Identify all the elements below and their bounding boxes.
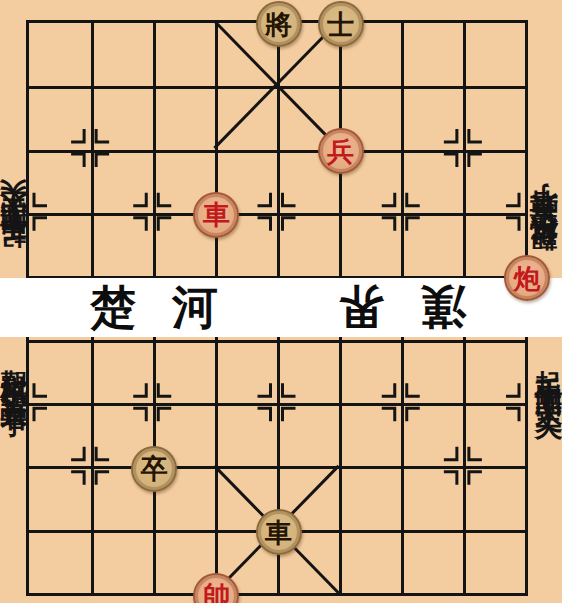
piece-glyph: 士: [327, 11, 354, 38]
piece-black-chariot[interactable]: 車: [256, 509, 302, 555]
piece-black-general[interactable]: 將: [256, 1, 302, 47]
piece-red-general[interactable]: 帥: [193, 573, 239, 603]
xiangqi-board: 起手無回大丈夫 觀棋不語真君子 觀棋不語真君子 起手無回大丈夫 楚河 漢界 將士…: [0, 0, 562, 603]
piece-red-cannon[interactable]: 炮: [504, 255, 550, 301]
piece-glyph: 將: [265, 11, 292, 38]
piece-red-soldier[interactable]: 兵: [318, 128, 364, 174]
pieces-layer: 將士兵車炮卒車帥: [0, 0, 562, 603]
piece-red-chariot[interactable]: 車: [193, 192, 239, 238]
piece-glyph: 車: [203, 201, 230, 228]
piece-glyph: 卒: [141, 455, 168, 482]
piece-glyph: 炮: [514, 265, 541, 292]
piece-glyph: 兵: [327, 138, 354, 165]
piece-glyph: 車: [265, 519, 292, 546]
piece-black-soldier[interactable]: 卒: [131, 446, 177, 492]
piece-black-advisor[interactable]: 士: [318, 1, 364, 47]
piece-glyph: 帥: [203, 582, 230, 603]
